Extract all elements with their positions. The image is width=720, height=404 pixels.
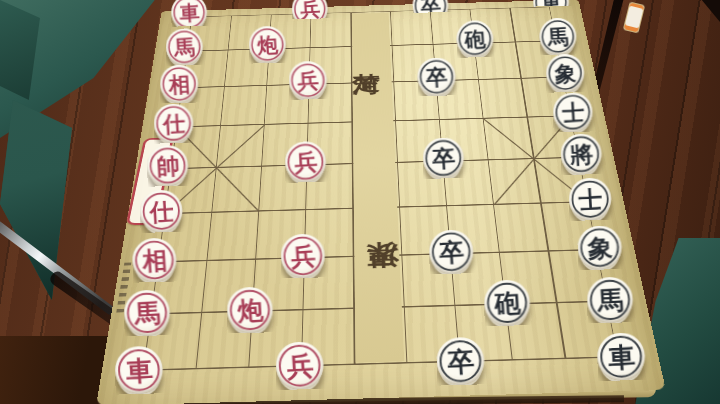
piece-character: 象 [554, 61, 577, 84]
board-point-2-7: 炮 [224, 284, 278, 339]
piece-red-2-7[interactable]: 炮 [226, 286, 273, 333]
board-point-9-6: 象 [568, 225, 626, 276]
board-point-6-4: 卒 [418, 139, 467, 183]
piece-character: 車 [178, 1, 199, 22]
piece-character: 馬 [133, 299, 160, 326]
piece-red-0-4[interactable]: 帥 [147, 144, 189, 186]
board-point-3-0: 兵 [290, 0, 331, 31]
piece-red-3-8[interactable]: 兵 [275, 341, 324, 390]
piece-black-6-2[interactable]: 卒 [417, 57, 456, 96]
board-point-0-5: 仕 [137, 190, 190, 238]
board-point-0-3: 仕 [151, 106, 200, 148]
piece-character: 兵 [296, 69, 319, 92]
piece-black-6-4[interactable]: 卒 [422, 137, 464, 179]
piece-character: 兵 [293, 149, 317, 173]
piece-character: 砲 [464, 28, 486, 50]
xiangqi-board: 楚河 漢界 車馬相仕帥仕相馬車炮炮兵兵兵兵兵卒卒卒卒卒砲砲車馬象士將士象馬車 [78, 0, 666, 404]
board-point-3-2: 兵 [287, 65, 330, 104]
board-point-0-1: 馬 [163, 33, 209, 70]
piece-black-6-6[interactable]: 卒 [429, 229, 474, 274]
piece-character: 炮 [236, 296, 263, 323]
piece-red-0-2[interactable]: 相 [160, 64, 199, 103]
board-point-9-7: 馬 [576, 274, 637, 329]
board-point-9-3: 士 [545, 96, 597, 137]
piece-red-3-2[interactable]: 兵 [288, 60, 327, 99]
piece-black-9-5[interactable]: 士 [568, 177, 612, 221]
board-point-0-4: 帥 [144, 147, 195, 192]
board-point-9-4: 將 [552, 136, 606, 180]
board-point-0-2: 相 [158, 69, 206, 108]
piece-character: 士 [561, 100, 585, 124]
piece-red-3-4[interactable]: 兵 [284, 141, 326, 183]
piece-character: 兵 [285, 351, 313, 379]
board-point-7-7: 砲 [477, 277, 534, 332]
board-point-9-1: 馬 [532, 23, 580, 59]
piece-character: 仕 [149, 198, 174, 223]
board-point-3-6: 兵 [278, 233, 328, 284]
board-point-0-8: 車 [112, 341, 173, 401]
board-point-9-8: 車 [586, 328, 650, 388]
piece-character: 卒 [425, 65, 448, 88]
board-point-6-8: 卒 [431, 332, 489, 392]
board-point-9-2: 象 [538, 58, 588, 97]
piece-character: 卒 [431, 146, 455, 170]
piece-black-6-0[interactable]: 卒 [412, 0, 449, 24]
board-point-2-1: 炮 [247, 31, 290, 68]
piece-red-2-1[interactable]: 炮 [248, 25, 286, 63]
piece-black-7-7[interactable]: 砲 [484, 279, 531, 326]
piece-black-9-4[interactable]: 將 [560, 133, 602, 175]
piece-red-3-0[interactable]: 兵 [291, 0, 328, 27]
piece-character: 炮 [256, 33, 278, 55]
piece-character: 車 [607, 342, 635, 370]
piece-character: 砲 [493, 289, 520, 316]
piece-character: 相 [168, 72, 191, 95]
photo-scene: 楚河 漢界 車馬相仕帥仕相馬車炮炮兵兵兵兵兵卒卒卒卒卒砲砲車馬象士將士象馬車 [0, 0, 720, 404]
piece-character: 車 [125, 355, 153, 383]
board-point-3-4: 兵 [283, 143, 330, 187]
piece-black-9-0[interactable]: 車 [533, 0, 570, 20]
piece-red-0-1[interactable]: 馬 [165, 28, 203, 66]
board-point-9-5: 士 [560, 178, 616, 225]
piece-character: 帥 [155, 153, 179, 177]
piece-character: 象 [586, 234, 612, 260]
piece-black-9-1[interactable]: 馬 [539, 17, 577, 55]
piece-character: 兵 [299, 0, 320, 19]
piece-black-6-8[interactable]: 卒 [436, 336, 485, 385]
board-point-6-6: 卒 [424, 229, 477, 280]
board-point-0-6: 相 [129, 237, 185, 288]
piece-character: 馬 [596, 286, 623, 313]
piece-black-9-7[interactable]: 馬 [586, 276, 633, 323]
piece-character: 兵 [290, 242, 316, 268]
piece-red-0-5[interactable]: 仕 [140, 189, 184, 233]
piece-black-9-2[interactable]: 象 [545, 53, 584, 92]
piece-character: 相 [141, 247, 167, 273]
piece-red-0-7[interactable]: 馬 [124, 289, 171, 336]
piece-red-0-0[interactable]: 車 [171, 0, 208, 30]
piece-black-9-3[interactable]: 士 [552, 92, 593, 133]
board-point-0-7: 馬 [121, 287, 179, 343]
piece-character: 卒 [420, 0, 441, 16]
piece-black-7-1[interactable]: 砲 [456, 20, 494, 58]
piece-character: 仕 [162, 111, 186, 135]
piece-black-9-8[interactable]: 車 [597, 332, 646, 381]
board-point-3-8: 兵 [273, 336, 327, 396]
piece-red-0-6[interactable]: 相 [132, 237, 177, 282]
piece-character: 士 [577, 186, 602, 211]
board-point-6-2: 卒 [413, 62, 458, 101]
piece-character: 將 [569, 142, 593, 166]
board-point-7-1: 砲 [451, 25, 496, 61]
piece-red-0-8[interactable]: 車 [115, 345, 164, 394]
piece-character: 馬 [547, 25, 569, 47]
piece-character: 車 [540, 0, 561, 13]
piece-black-9-6[interactable]: 象 [577, 225, 622, 270]
piece-character: 馬 [173, 36, 195, 58]
board-surface: 楚河 漢界 車馬相仕帥仕相馬車炮炮兵兵兵兵兵卒卒卒卒卒砲砲車馬象士將士象馬車 [96, 0, 666, 404]
piece-character: 卒 [446, 347, 474, 375]
piece-red-3-6[interactable]: 兵 [280, 233, 325, 278]
board-point-6-0: 卒 [409, 0, 451, 28]
piece-character: 卒 [438, 238, 464, 264]
